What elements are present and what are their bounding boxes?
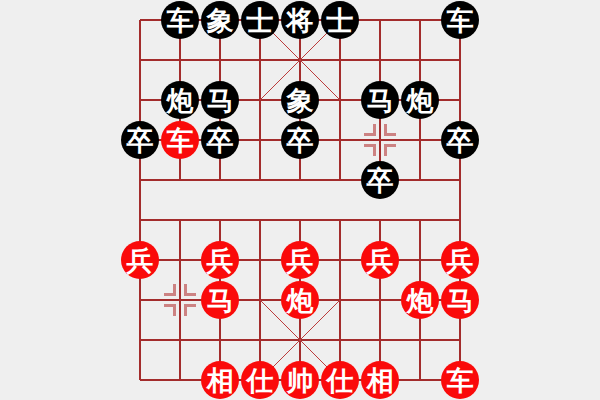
piece-red-elephant[interactable]: 相 bbox=[361, 361, 399, 399]
marker-corner bbox=[184, 284, 196, 296]
piece-black-general[interactable]: 将 bbox=[281, 1, 319, 39]
last-move-marker bbox=[160, 280, 200, 320]
piece-black-chariot[interactable]: 车 bbox=[161, 1, 199, 39]
piece-red-advisor[interactable]: 仕 bbox=[241, 361, 279, 399]
piece-red-advisor[interactable]: 仕 bbox=[321, 361, 359, 399]
marker-corner bbox=[384, 144, 396, 156]
piece-red-soldier[interactable]: 兵 bbox=[281, 241, 319, 279]
piece-black-chariot[interactable]: 车 bbox=[441, 1, 479, 39]
piece-red-horse[interactable]: 马 bbox=[201, 281, 239, 319]
last-move-marker bbox=[360, 120, 400, 160]
piece-red-cannon[interactable]: 炮 bbox=[401, 281, 439, 319]
marker-corner bbox=[364, 124, 376, 136]
piece-black-cannon[interactable]: 炮 bbox=[161, 81, 199, 119]
piece-red-general[interactable]: 帅 bbox=[281, 361, 319, 399]
piece-black-elephant[interactable]: 象 bbox=[281, 81, 319, 119]
piece-red-horse[interactable]: 马 bbox=[441, 281, 479, 319]
piece-red-elephant[interactable]: 相 bbox=[201, 361, 239, 399]
marker-corner bbox=[364, 144, 376, 156]
piece-red-soldier[interactable]: 兵 bbox=[441, 241, 479, 279]
piece-black-advisor[interactable]: 士 bbox=[321, 1, 359, 39]
piece-red-chariot[interactable]: 车 bbox=[441, 361, 479, 399]
piece-red-soldier[interactable]: 兵 bbox=[201, 241, 239, 279]
xiangqi-board: 车象士将士车炮马象马炮卒卒卒卒卒车兵兵兵兵兵马炮炮马相仕帅仕相车 bbox=[0, 0, 600, 400]
piece-red-chariot[interactable]: 车 bbox=[161, 121, 199, 159]
piece-red-soldier[interactable]: 兵 bbox=[361, 241, 399, 279]
piece-red-cannon[interactable]: 炮 bbox=[281, 281, 319, 319]
piece-black-cannon[interactable]: 炮 bbox=[401, 81, 439, 119]
marker-corner bbox=[164, 284, 176, 296]
piece-black-elephant[interactable]: 象 bbox=[201, 1, 239, 39]
piece-black-soldier[interactable]: 卒 bbox=[281, 121, 319, 159]
marker-corner bbox=[184, 304, 196, 316]
piece-black-soldier[interactable]: 卒 bbox=[441, 121, 479, 159]
piece-black-soldier[interactable]: 卒 bbox=[201, 121, 239, 159]
board-grid[interactable]: 车象士将士车炮马象马炮卒卒卒卒卒车兵兵兵兵兵马炮炮马相仕帅仕相车 bbox=[120, 0, 480, 400]
piece-black-soldier[interactable]: 卒 bbox=[361, 161, 399, 199]
piece-black-horse[interactable]: 马 bbox=[201, 81, 239, 119]
piece-black-advisor[interactable]: 士 bbox=[241, 1, 279, 39]
marker-corner bbox=[164, 304, 176, 316]
piece-red-soldier[interactable]: 兵 bbox=[121, 241, 159, 279]
piece-black-soldier[interactable]: 卒 bbox=[121, 121, 159, 159]
marker-corner bbox=[384, 124, 396, 136]
piece-black-horse[interactable]: 马 bbox=[361, 81, 399, 119]
